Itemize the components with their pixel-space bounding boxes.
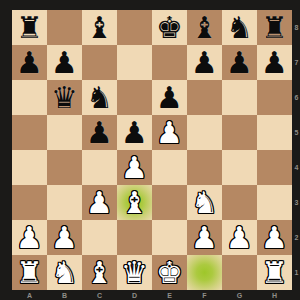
square-b4[interactable]: [47, 150, 82, 185]
square-d1[interactable]: ♛: [117, 255, 152, 290]
piece-white-knight[interactable]: ♞: [51, 255, 78, 290]
square-c2[interactable]: [82, 220, 117, 255]
square-a3[interactable]: [12, 185, 47, 220]
piece-black-pawn[interactable]: ♟: [226, 45, 253, 80]
square-f8[interactable]: ♝: [187, 10, 222, 45]
piece-black-pawn[interactable]: ♟: [261, 45, 288, 80]
piece-white-knight[interactable]: ♞: [191, 185, 218, 220]
piece-white-pawn[interactable]: ♟: [86, 185, 113, 220]
square-b7[interactable]: ♟: [47, 45, 82, 80]
piece-black-pawn[interactable]: ♟: [156, 80, 183, 115]
rank-label-2: 2: [293, 220, 300, 255]
square-h8[interactable]: ♜: [257, 10, 292, 45]
square-g8[interactable]: ♞: [222, 10, 257, 45]
square-g7[interactable]: ♟: [222, 45, 257, 80]
square-e7[interactable]: [152, 45, 187, 80]
square-g1[interactable]: [222, 255, 257, 290]
piece-black-rook[interactable]: ♜: [261, 10, 288, 45]
piece-white-pawn[interactable]: ♟: [156, 115, 183, 150]
square-e3[interactable]: [152, 185, 187, 220]
piece-black-pawn[interactable]: ♟: [16, 45, 43, 80]
file-label-e: E: [152, 292, 187, 299]
rank-label-7: 7: [293, 45, 300, 80]
piece-white-pawn[interactable]: ♟: [51, 220, 78, 255]
file-label-h: H: [257, 292, 292, 299]
piece-white-pawn[interactable]: ♟: [191, 220, 218, 255]
piece-black-queen[interactable]: ♛: [51, 80, 78, 115]
piece-white-pawn[interactable]: ♟: [16, 220, 43, 255]
square-b5[interactable]: [47, 115, 82, 150]
piece-black-bishop[interactable]: ♝: [191, 10, 218, 45]
rank-label-6: 6: [293, 80, 300, 115]
piece-black-pawn[interactable]: ♟: [121, 115, 148, 150]
square-h4[interactable]: [257, 150, 292, 185]
file-label-a: A: [12, 292, 47, 299]
square-h1[interactable]: ♜: [257, 255, 292, 290]
square-e6[interactable]: ♟: [152, 80, 187, 115]
piece-black-rook[interactable]: ♜: [16, 10, 43, 45]
square-c4[interactable]: [82, 150, 117, 185]
square-d7[interactable]: [117, 45, 152, 80]
square-f1[interactable]: [187, 255, 222, 290]
square-a1[interactable]: ♜: [12, 255, 47, 290]
file-label-b: B: [47, 292, 82, 299]
piece-white-pawn[interactable]: ♟: [121, 150, 148, 185]
square-b3[interactable]: [47, 185, 82, 220]
square-c3[interactable]: ♟: [82, 185, 117, 220]
piece-black-pawn[interactable]: ♟: [51, 45, 78, 80]
square-a6[interactable]: [12, 80, 47, 115]
square-a4[interactable]: [12, 150, 47, 185]
square-d2[interactable]: [117, 220, 152, 255]
square-b8[interactable]: [47, 10, 82, 45]
rank-label-8: 8: [293, 10, 300, 45]
square-g3[interactable]: [222, 185, 257, 220]
file-label-c: C: [82, 292, 117, 299]
piece-white-bishop[interactable]: ♝: [86, 255, 113, 290]
piece-white-pawn[interactable]: ♟: [261, 220, 288, 255]
square-h2[interactable]: ♟: [257, 220, 292, 255]
square-g4[interactable]: [222, 150, 257, 185]
piece-white-pawn[interactable]: ♟: [226, 220, 253, 255]
square-h5[interactable]: [257, 115, 292, 150]
piece-white-rook[interactable]: ♜: [261, 255, 288, 290]
rank-label-1: 1: [293, 255, 300, 290]
rank-label-3: 3: [293, 185, 300, 220]
piece-black-pawn[interactable]: ♟: [86, 115, 113, 150]
square-d6[interactable]: [117, 80, 152, 115]
piece-black-knight[interactable]: ♞: [86, 80, 113, 115]
square-g2[interactable]: ♟: [222, 220, 257, 255]
square-g5[interactable]: [222, 115, 257, 150]
square-h6[interactable]: [257, 80, 292, 115]
square-a8[interactable]: ♜: [12, 10, 47, 45]
square-h7[interactable]: ♟: [257, 45, 292, 80]
piece-black-knight[interactable]: ♞: [226, 10, 253, 45]
piece-black-king[interactable]: ♚: [156, 10, 183, 45]
square-c1[interactable]: ♝: [82, 255, 117, 290]
square-f7[interactable]: ♟: [187, 45, 222, 80]
square-c7[interactable]: [82, 45, 117, 80]
piece-white-bishop[interactable]: ♝: [121, 185, 148, 220]
chess-app-window: ♜♝♚♝♞♜♟♟♟♟♟♛♞♟♟♟♟♟♟♝♞♟♟♟♟♟♜♞♝♛♚♜ ABCDEFG…: [0, 0, 300, 300]
file-label-f: F: [187, 292, 222, 299]
square-d4[interactable]: ♟: [117, 150, 152, 185]
square-c6[interactable]: ♞: [82, 80, 117, 115]
rank-label-4: 4: [293, 150, 300, 185]
piece-white-queen[interactable]: ♛: [121, 255, 148, 290]
square-e5[interactable]: ♟: [152, 115, 187, 150]
file-label-g: G: [222, 292, 257, 299]
square-f3[interactable]: ♞: [187, 185, 222, 220]
square-a2[interactable]: ♟: [12, 220, 47, 255]
file-label-d: D: [117, 292, 152, 299]
square-d3[interactable]: ♝: [117, 185, 152, 220]
square-d5[interactable]: ♟: [117, 115, 152, 150]
square-b6[interactable]: ♛: [47, 80, 82, 115]
square-g6[interactable]: [222, 80, 257, 115]
square-f4[interactable]: [187, 150, 222, 185]
square-a7[interactable]: ♟: [12, 45, 47, 80]
piece-black-bishop[interactable]: ♝: [86, 10, 113, 45]
piece-white-rook[interactable]: ♜: [16, 255, 43, 290]
piece-white-king[interactable]: ♚: [156, 255, 183, 290]
square-c8[interactable]: ♝: [82, 10, 117, 45]
square-a5[interactable]: [12, 115, 47, 150]
square-d8[interactable]: [117, 10, 152, 45]
square-b2[interactable]: ♟: [47, 220, 82, 255]
square-f2[interactable]: ♟: [187, 220, 222, 255]
square-e1[interactable]: ♚: [152, 255, 187, 290]
rank-label-5: 5: [293, 115, 300, 150]
square-e2[interactable]: [152, 220, 187, 255]
square-c5[interactable]: ♟: [82, 115, 117, 150]
square-b1[interactable]: ♞: [47, 255, 82, 290]
square-f6[interactable]: [187, 80, 222, 115]
square-e8[interactable]: ♚: [152, 10, 187, 45]
square-f5[interactable]: [187, 115, 222, 150]
piece-black-pawn[interactable]: ♟: [191, 45, 218, 80]
square-h3[interactable]: [257, 185, 292, 220]
square-e4[interactable]: [152, 150, 187, 185]
chess-board: ♜♝♚♝♞♜♟♟♟♟♟♛♞♟♟♟♟♟♟♝♞♟♟♟♟♟♜♞♝♛♚♜: [12, 10, 292, 290]
